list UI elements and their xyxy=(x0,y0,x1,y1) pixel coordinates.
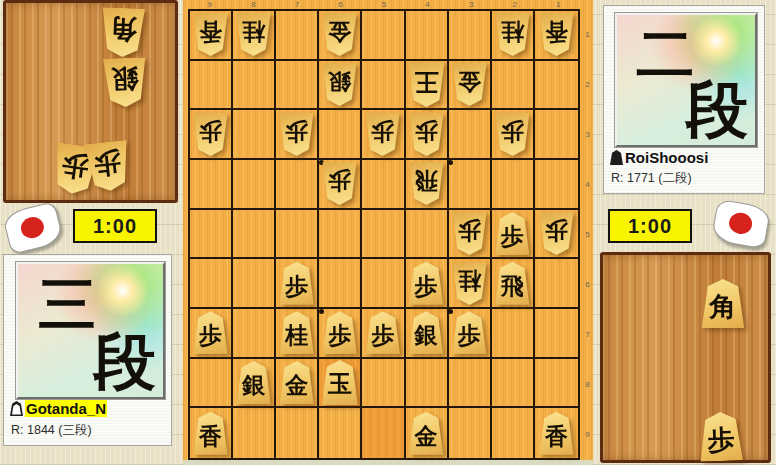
piece-king-bottom[interactable]: 玉 xyxy=(320,360,359,405)
rank-label: 6 xyxy=(582,260,593,310)
file-label: 3 xyxy=(449,0,493,9)
hand-piece-pawn-bottom[interactable]: 歩 xyxy=(697,411,745,462)
square-19[interactable]: 香 xyxy=(535,408,578,458)
clock-bottom: 1:00 xyxy=(73,209,157,243)
piece-silver-top[interactable]: 銀 xyxy=(321,63,358,106)
piece-silver-bottom[interactable]: 銀 xyxy=(235,361,272,404)
piece-pawn-top[interactable]: 歩 xyxy=(278,113,315,156)
square-18[interactable] xyxy=(535,359,578,409)
file-label: 7 xyxy=(275,0,319,9)
square-89[interactable] xyxy=(233,408,276,458)
piece-knight-top[interactable]: 桂 xyxy=(494,13,531,56)
square-62[interactable]: 銀 xyxy=(319,61,362,111)
player-name-top: RoiShooosi xyxy=(625,149,708,166)
hand-piece-bishop-top[interactable]: 角 xyxy=(99,7,147,58)
file-label: 8 xyxy=(232,0,276,9)
square-35[interactable]: 歩 xyxy=(449,210,492,260)
square-15[interactable]: 歩 xyxy=(535,210,578,260)
square-69[interactable] xyxy=(319,408,362,458)
hand-piece-silver-top[interactable]: 銀 xyxy=(101,57,149,108)
square-59[interactable] xyxy=(362,408,405,458)
piece-pawn-bottom[interactable]: 歩 xyxy=(408,262,445,305)
square-46[interactable]: 歩 xyxy=(406,259,449,309)
square-61[interactable]: 金 xyxy=(319,11,362,61)
square-84[interactable] xyxy=(233,160,276,210)
piece-pawn-bottom[interactable]: 歩 xyxy=(278,262,315,305)
square-31[interactable] xyxy=(449,11,492,61)
file-label: 1 xyxy=(536,0,580,9)
rank-label: 1 xyxy=(582,9,593,59)
hand-piece-bishop-bottom[interactable]: 角 xyxy=(700,279,746,328)
piece-pawn-top[interactable]: 歩 xyxy=(192,113,229,156)
piece-pawn-top[interactable]: 歩 xyxy=(451,212,488,255)
square-39[interactable] xyxy=(449,408,492,458)
piece-pawn-bottom[interactable]: 歩 xyxy=(192,311,229,354)
square-27[interactable] xyxy=(492,309,535,359)
piece-gold-top[interactable]: 金 xyxy=(451,63,488,106)
hand-piece-pawn-top[interactable]: 歩 xyxy=(83,140,134,194)
piece-silver-bottom[interactable]: 銀 xyxy=(408,311,445,354)
square-38[interactable] xyxy=(449,359,492,409)
player-card-bottom: 三 段 Gotanda_N R: 1844 (三段) xyxy=(3,254,172,446)
player-card-top: 二 段 RoiShooosi R: 1771 (二段) xyxy=(603,5,765,194)
japan-flag-icon xyxy=(6,207,60,249)
square-12[interactable] xyxy=(535,61,578,111)
square-21[interactable]: 桂 xyxy=(492,11,535,61)
square-14[interactable] xyxy=(535,160,578,210)
square-97[interactable]: 歩 xyxy=(190,309,233,359)
piece-knight-top[interactable]: 桂 xyxy=(235,13,272,56)
piece-gold-bottom[interactable]: 金 xyxy=(278,361,315,404)
square-74[interactable] xyxy=(276,160,319,210)
square-13[interactable] xyxy=(535,110,578,160)
square-86[interactable] xyxy=(233,259,276,309)
shogi-board: 987654321 123456789 香桂金桂香銀王金歩歩歩歩歩歩飛歩歩歩歩歩… xyxy=(183,0,593,465)
square-76[interactable]: 歩 xyxy=(276,259,319,309)
japan-flag-icon xyxy=(714,203,768,245)
square-42[interactable]: 王 xyxy=(406,61,449,111)
piece-lance-bottom[interactable]: 香 xyxy=(538,412,575,455)
square-47[interactable]: 銀 xyxy=(406,309,449,359)
square-95[interactable] xyxy=(190,210,233,260)
player-name-row-top: RoiShooosi xyxy=(610,149,708,166)
square-67[interactable]: 歩 xyxy=(319,309,362,359)
file-label: 9 xyxy=(188,0,232,9)
square-58[interactable] xyxy=(362,359,405,409)
player-rating-bottom: R: 1844 (三段) xyxy=(11,422,92,439)
square-57[interactable]: 歩 xyxy=(362,309,405,359)
square-75[interactable] xyxy=(276,210,319,260)
square-66[interactable] xyxy=(319,259,362,309)
square-37[interactable]: 歩 xyxy=(449,309,492,359)
square-43[interactable]: 歩 xyxy=(406,110,449,160)
file-labels: 987654321 xyxy=(188,0,580,9)
square-82[interactable] xyxy=(233,61,276,111)
avatar-bottom: 三 段 xyxy=(16,262,165,399)
square-41[interactable] xyxy=(406,11,449,61)
piece-gold-top[interactable]: 金 xyxy=(321,13,358,56)
black-piece-marker-icon xyxy=(610,150,623,165)
square-48[interactable] xyxy=(406,359,449,409)
piece-pawn-top[interactable]: 歩 xyxy=(538,212,575,255)
square-11[interactable]: 香 xyxy=(535,11,578,61)
rank-label: 8 xyxy=(582,360,593,410)
captured-tray-bottom[interactable]: 角歩 xyxy=(600,252,771,463)
square-24[interactable] xyxy=(492,160,535,210)
flag-red-disc xyxy=(19,215,46,241)
square-54[interactable] xyxy=(362,160,405,210)
square-33[interactable] xyxy=(449,110,492,160)
square-45[interactable] xyxy=(406,210,449,260)
square-92[interactable] xyxy=(190,61,233,111)
square-77[interactable]: 桂 xyxy=(276,309,319,359)
rank-label: 9 xyxy=(582,410,593,460)
flag-red-disc xyxy=(727,211,753,236)
square-71[interactable] xyxy=(276,11,319,61)
square-16[interactable] xyxy=(535,259,578,309)
piece-lance-top[interactable]: 香 xyxy=(538,13,575,56)
piece-pawn-top[interactable]: 歩 xyxy=(408,113,445,156)
file-label: 5 xyxy=(362,0,406,9)
rank-label: 3 xyxy=(582,109,593,159)
avatar-kanji-second: 段 xyxy=(94,331,156,393)
avatar-kanji-first: 三 xyxy=(38,275,96,333)
clock-top: 1:00 xyxy=(608,209,692,243)
piece-king-top[interactable]: 王 xyxy=(407,62,446,107)
player-name-bottom: Gotanda_N xyxy=(25,400,107,417)
square-83[interactable] xyxy=(233,110,276,160)
square-72[interactable] xyxy=(276,61,319,111)
square-93[interactable]: 歩 xyxy=(190,110,233,160)
square-64[interactable]: 歩 xyxy=(319,160,362,210)
file-label: 2 xyxy=(493,0,537,9)
square-52[interactable] xyxy=(362,61,405,111)
piece-knight-bottom[interactable]: 桂 xyxy=(278,311,315,354)
square-73[interactable]: 歩 xyxy=(276,110,319,160)
piece-knight-top[interactable]: 桂 xyxy=(451,262,488,305)
rank-label: 4 xyxy=(582,159,593,209)
square-98[interactable] xyxy=(190,359,233,409)
piece-rook-top[interactable]: 飛 xyxy=(408,162,445,205)
rank-labels: 123456789 xyxy=(582,9,593,460)
square-29[interactable] xyxy=(492,408,535,458)
square-25[interactable]: 歩 xyxy=(492,210,535,260)
board-bottom-strip xyxy=(183,460,593,465)
player-name-row-bottom: Gotanda_N xyxy=(10,400,107,417)
star-point xyxy=(448,160,453,165)
piece-pawn-bottom[interactable]: 歩 xyxy=(364,311,401,354)
captured-tray-top[interactable]: 角銀歩歩 xyxy=(3,0,178,203)
square-23[interactable]: 歩 xyxy=(492,110,535,160)
avatar-kanji-second: 段 xyxy=(686,79,748,141)
square-51[interactable] xyxy=(362,11,405,61)
piece-lance-top[interactable]: 香 xyxy=(192,13,229,56)
piece-gold-bottom[interactable]: 金 xyxy=(408,412,445,455)
piece-rook-bottom[interactable]: 飛 xyxy=(494,262,531,305)
flag-cloth xyxy=(711,199,771,250)
square-91[interactable]: 香 xyxy=(190,11,233,61)
piece-pawn-bottom[interactable]: 歩 xyxy=(321,311,358,354)
square-28[interactable] xyxy=(492,359,535,409)
square-49[interactable]: 金 xyxy=(406,408,449,458)
square-26[interactable]: 飛 xyxy=(492,259,535,309)
piece-pawn-top[interactable]: 歩 xyxy=(364,113,401,156)
file-label: 4 xyxy=(406,0,450,9)
board-grid: 香桂金桂香銀王金歩歩歩歩歩歩飛歩歩歩歩歩桂飛歩桂歩歩銀歩銀金玉香金香 xyxy=(188,9,580,460)
flag-cloth xyxy=(2,201,65,255)
square-68[interactable]: 玉 xyxy=(319,359,362,409)
piece-lance-bottom[interactable]: 香 xyxy=(192,412,229,455)
square-85[interactable] xyxy=(233,210,276,260)
square-81[interactable]: 桂 xyxy=(233,11,276,61)
avatar-top: 二 段 xyxy=(615,13,757,147)
square-65[interactable] xyxy=(319,210,362,260)
square-79[interactable] xyxy=(276,408,319,458)
piece-pawn-top[interactable]: 歩 xyxy=(494,113,531,156)
rank-label: 7 xyxy=(582,310,593,360)
square-53[interactable]: 歩 xyxy=(362,110,405,160)
square-63[interactable] xyxy=(319,110,362,160)
square-55[interactable] xyxy=(362,210,405,260)
player-rating-top: R: 1771 (二段) xyxy=(611,170,692,187)
square-44[interactable]: 飛 xyxy=(406,160,449,210)
square-94[interactable] xyxy=(190,160,233,210)
square-17[interactable] xyxy=(535,309,578,359)
square-96[interactable] xyxy=(190,259,233,309)
piece-pawn-top[interactable]: 歩 xyxy=(321,162,358,205)
square-99[interactable]: 香 xyxy=(190,408,233,458)
white-piece-marker-icon xyxy=(10,401,23,416)
square-36[interactable]: 桂 xyxy=(449,259,492,309)
square-56[interactable] xyxy=(362,259,405,309)
piece-pawn-bottom[interactable]: 歩 xyxy=(451,311,488,354)
square-22[interactable] xyxy=(492,61,535,111)
square-88[interactable]: 銀 xyxy=(233,359,276,409)
square-87[interactable] xyxy=(233,309,276,359)
square-34[interactable] xyxy=(449,160,492,210)
square-32[interactable]: 金 xyxy=(449,61,492,111)
piece-pawn-bottom[interactable]: 歩 xyxy=(494,212,531,255)
rank-label: 5 xyxy=(582,209,593,259)
rank-label: 2 xyxy=(582,59,593,109)
file-label: 6 xyxy=(319,0,363,9)
square-78[interactable]: 金 xyxy=(276,359,319,409)
